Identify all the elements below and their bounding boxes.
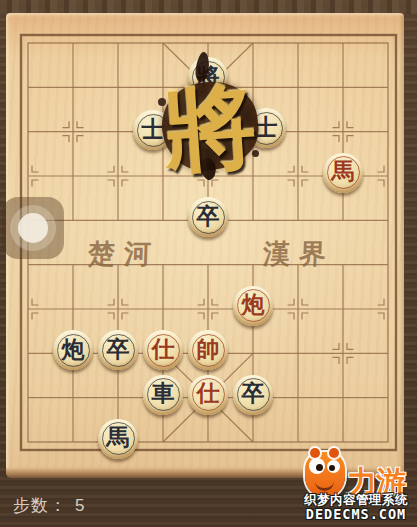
piece-glyph: 仕 xyxy=(188,374,228,414)
move-counter-label: 步数 xyxy=(13,496,49,515)
piece-glyph: 馬 xyxy=(323,152,363,192)
mascot-eye-icon xyxy=(309,458,325,474)
touch-indicator-core xyxy=(18,213,48,243)
move-counter-colon: ： xyxy=(49,496,67,515)
piece-glyph: 仕 xyxy=(143,329,183,369)
river-label-han-jie: 漢界 xyxy=(262,236,335,272)
piece-black-卒-file2-rank7[interactable]: 卒 xyxy=(98,330,138,370)
mascot-mouth-icon xyxy=(315,478,334,491)
piece-black-卒-file5-rank8[interactable]: 卒 xyxy=(233,375,273,415)
piece-red-炮-file5-rank6[interactable]: 炮 xyxy=(233,286,273,326)
mascot-ear-icon xyxy=(329,448,339,458)
check-jiang-glyph: 將 xyxy=(144,66,276,190)
watermark-line2: DEDECMS.COM xyxy=(297,506,415,522)
piece-black-卒-file4-rank4[interactable]: 卒 xyxy=(188,197,228,237)
touch-indicator xyxy=(2,197,64,259)
mascot-ear-icon xyxy=(310,448,320,458)
piece-red-馬-file7-rank3[interactable]: 馬 xyxy=(323,153,363,193)
mascot-eye-icon xyxy=(327,460,340,473)
piece-black-炮-file1-rank7[interactable]: 炮 xyxy=(53,330,93,370)
move-counter-value: 5 xyxy=(75,496,85,515)
piece-black-馬-file2-rank9[interactable]: 馬 xyxy=(98,419,138,459)
table-wood-top xyxy=(0,0,417,14)
xiangqi-game-screen: 楚河 漢界 將馬卒炮炮卒仕帥車仕卒馬 將士士 將 步数：5 力游 织梦内容管理系… xyxy=(0,0,417,527)
piece-red-仕-file4-rank8[interactable]: 仕 xyxy=(188,375,228,415)
piece-red-帥-file4-rank7[interactable]: 帥 xyxy=(188,330,228,370)
piece-black-車-file3-rank8[interactable]: 車 xyxy=(143,375,183,415)
piece-glyph: 炮 xyxy=(53,329,93,369)
piece-glyph: 馬 xyxy=(98,418,138,458)
move-counter: 步数：5 xyxy=(13,494,85,517)
piece-glyph: 帥 xyxy=(188,329,228,369)
piece-glyph: 卒 xyxy=(233,374,273,414)
river-label-chu-he: 楚河 xyxy=(87,236,160,272)
piece-glyph: 卒 xyxy=(98,329,138,369)
piece-glyph: 車 xyxy=(143,374,183,414)
piece-red-仕-file3-rank7[interactable]: 仕 xyxy=(143,330,183,370)
watermark-logo: 力游 织梦内容管理系统 DEDECMS.COM xyxy=(295,451,417,523)
piece-glyph: 炮 xyxy=(233,285,273,325)
piece-glyph: 卒 xyxy=(188,196,228,236)
mascot-icon xyxy=(305,452,345,497)
